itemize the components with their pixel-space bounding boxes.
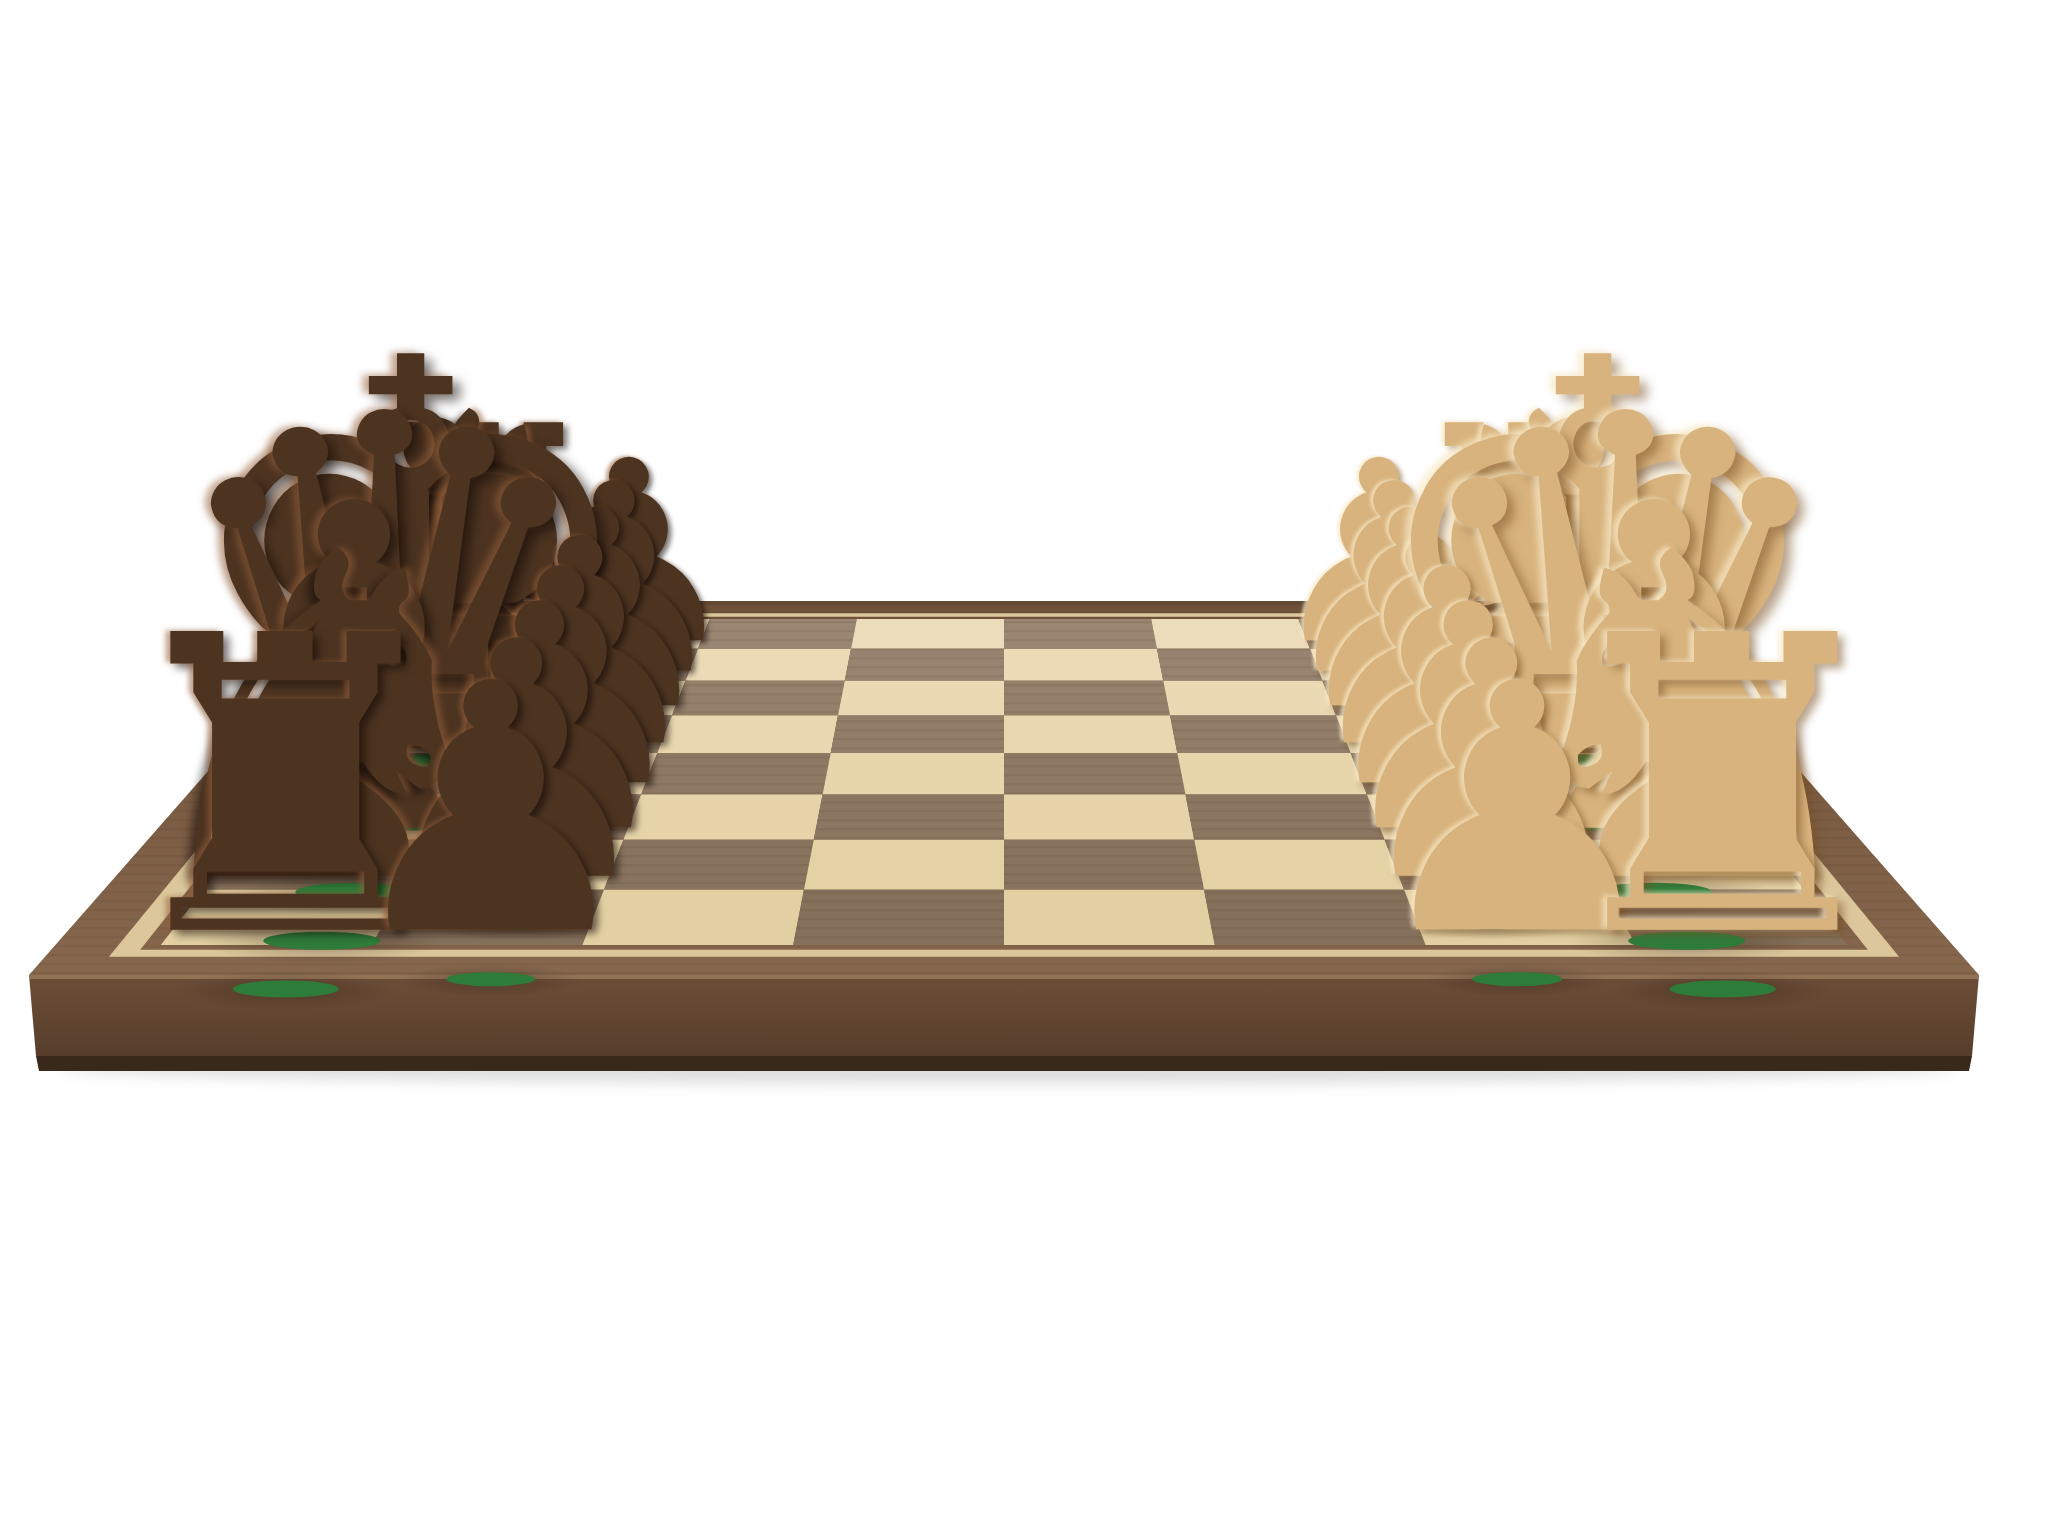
pawn-glyph: ♟	[337, 639, 645, 982]
pieces-layer: ♜♟♟♜♞♟♟♞♝♟♟♝♚♟♟♚♛♟♟♛♝♟♟♝♞♟♟♞♜♟♟♜	[0, 0, 2048, 1535]
piece-black-pawn[interactable]: ♟	[337, 639, 645, 982]
photo-background: ♜♟♟♜♞♟♟♞♝♟♟♝♚♟♟♚♛♟♟♛♝♟♟♝♞♟♟♞♜♟♟♜	[0, 0, 2048, 1535]
piece-white-rook[interactable]: ♜	[1539, 583, 1906, 992]
rook-glyph: ♜	[1539, 583, 1906, 992]
chess-board: ♜♟♟♜♞♟♟♞♝♟♟♝♚♟♟♚♛♟♟♛♝♟♟♝♞♟♟♞♜♟♟♜	[0, 0, 2048, 1535]
